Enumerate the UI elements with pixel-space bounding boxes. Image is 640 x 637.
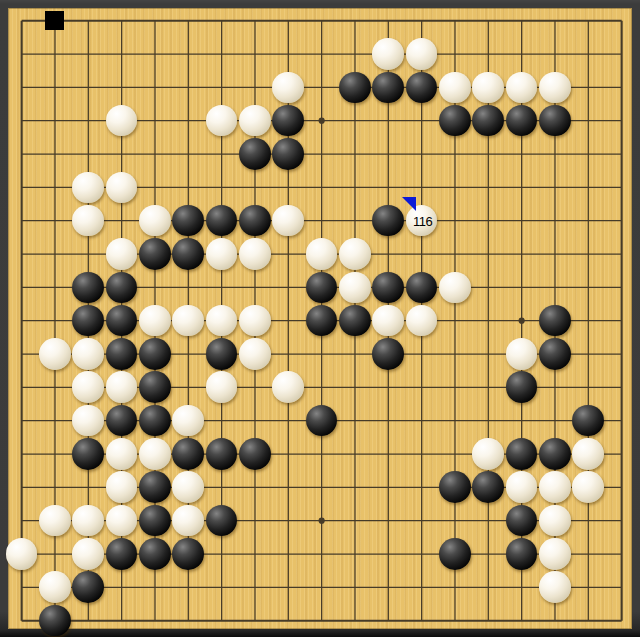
intersection[interactable] — [5, 571, 38, 604]
intersection[interactable] — [72, 404, 105, 437]
intersection[interactable] — [438, 471, 471, 504]
intersection[interactable] — [172, 604, 205, 637]
intersection[interactable] — [238, 571, 271, 604]
intersection[interactable] — [105, 71, 138, 104]
intersection[interactable] — [538, 371, 571, 404]
intersection[interactable] — [505, 404, 538, 437]
intersection[interactable] — [572, 404, 605, 437]
intersection[interactable] — [38, 371, 71, 404]
intersection[interactable] — [472, 504, 505, 537]
intersection[interactable] — [138, 537, 171, 570]
intersection[interactable] — [172, 404, 205, 437]
intersection[interactable] — [338, 337, 371, 370]
intersection[interactable] — [372, 137, 405, 170]
intersection[interactable] — [238, 4, 271, 37]
intersection[interactable] — [538, 337, 571, 370]
intersection[interactable] — [38, 537, 71, 570]
intersection[interactable] — [472, 404, 505, 437]
intersection[interactable] — [472, 4, 505, 37]
intersection[interactable] — [72, 504, 105, 537]
intersection[interactable] — [238, 71, 271, 104]
intersection[interactable] — [605, 371, 638, 404]
intersection[interactable] — [372, 171, 405, 204]
intersection[interactable] — [472, 271, 505, 304]
intersection[interactable] — [272, 404, 305, 437]
intersection[interactable] — [305, 171, 338, 204]
intersection[interactable] — [38, 337, 71, 370]
intersection[interactable] — [272, 104, 305, 137]
intersection[interactable] — [138, 237, 171, 270]
intersection[interactable] — [105, 571, 138, 604]
intersection[interactable] — [605, 4, 638, 37]
intersection[interactable] — [72, 104, 105, 137]
intersection[interactable] — [405, 37, 438, 70]
intersection[interactable] — [405, 537, 438, 570]
intersection[interactable] — [38, 237, 71, 270]
intersection[interactable] — [305, 337, 338, 370]
intersection[interactable] — [205, 437, 238, 470]
intersection[interactable] — [38, 504, 71, 537]
intersection[interactable] — [238, 604, 271, 637]
intersection[interactable] — [205, 204, 238, 237]
intersection[interactable] — [205, 71, 238, 104]
intersection[interactable] — [5, 37, 38, 70]
intersection[interactable] — [105, 137, 138, 170]
intersection[interactable] — [138, 304, 171, 337]
intersection[interactable] — [205, 404, 238, 437]
intersection[interactable] — [238, 104, 271, 137]
intersection[interactable] — [305, 504, 338, 537]
intersection[interactable] — [572, 304, 605, 337]
intersection[interactable] — [72, 437, 105, 470]
intersection[interactable] — [205, 471, 238, 504]
intersection[interactable] — [472, 104, 505, 137]
intersection[interactable] — [238, 237, 271, 270]
intersection[interactable] — [438, 371, 471, 404]
intersection[interactable] — [405, 304, 438, 337]
intersection[interactable] — [538, 271, 571, 304]
intersection[interactable] — [572, 504, 605, 537]
intersection[interactable] — [438, 404, 471, 437]
intersection[interactable] — [472, 204, 505, 237]
intersection[interactable] — [338, 304, 371, 337]
intersection[interactable] — [505, 4, 538, 37]
intersection[interactable] — [338, 237, 371, 270]
intersection[interactable] — [172, 337, 205, 370]
intersection[interactable] — [372, 437, 405, 470]
intersection[interactable] — [72, 4, 105, 37]
intersection[interactable] — [372, 271, 405, 304]
intersection[interactable] — [238, 504, 271, 537]
intersection[interactable] — [572, 104, 605, 137]
intersection[interactable] — [405, 504, 438, 537]
intersection[interactable] — [172, 4, 205, 37]
intersection[interactable] — [438, 571, 471, 604]
intersection[interactable] — [305, 104, 338, 137]
intersection[interactable] — [5, 337, 38, 370]
intersection[interactable] — [338, 471, 371, 504]
intersection[interactable] — [305, 37, 338, 70]
intersection[interactable] — [72, 204, 105, 237]
intersection[interactable] — [72, 471, 105, 504]
intersection[interactable] — [572, 604, 605, 637]
intersection[interactable] — [372, 4, 405, 37]
intersection[interactable] — [172, 204, 205, 237]
intersection[interactable] — [272, 504, 305, 537]
intersection[interactable] — [272, 4, 305, 37]
intersection[interactable] — [172, 571, 205, 604]
intersection[interactable] — [5, 504, 38, 537]
intersection[interactable] — [105, 504, 138, 537]
intersection[interactable] — [305, 271, 338, 304]
intersection[interactable] — [438, 37, 471, 70]
intersection[interactable] — [505, 471, 538, 504]
intersection[interactable] — [505, 104, 538, 137]
intersection[interactable] — [105, 437, 138, 470]
intersection[interactable] — [238, 404, 271, 437]
intersection[interactable] — [172, 371, 205, 404]
intersection[interactable] — [205, 271, 238, 304]
intersection[interactable] — [105, 271, 138, 304]
intersection[interactable] — [538, 604, 571, 637]
intersection[interactable] — [572, 204, 605, 237]
intersection[interactable] — [5, 4, 38, 37]
intersection[interactable] — [5, 237, 38, 270]
intersection[interactable] — [572, 171, 605, 204]
intersection[interactable] — [172, 304, 205, 337]
intersection[interactable] — [605, 504, 638, 537]
intersection[interactable] — [138, 604, 171, 637]
intersection[interactable] — [505, 337, 538, 370]
intersection[interactable] — [472, 37, 505, 70]
intersection[interactable] — [605, 271, 638, 304]
intersection[interactable] — [438, 4, 471, 37]
intersection[interactable] — [372, 204, 405, 237]
intersection[interactable] — [5, 137, 38, 170]
intersection[interactable] — [505, 271, 538, 304]
intersection[interactable] — [205, 104, 238, 137]
intersection[interactable] — [205, 237, 238, 270]
intersection[interactable] — [305, 4, 338, 37]
intersection[interactable] — [138, 504, 171, 537]
intersection[interactable] — [472, 237, 505, 270]
intersection[interactable] — [572, 37, 605, 70]
intersection[interactable] — [605, 204, 638, 237]
intersection[interactable] — [472, 304, 505, 337]
intersection[interactable] — [38, 37, 71, 70]
intersection[interactable] — [38, 404, 71, 437]
intersection[interactable] — [605, 571, 638, 604]
intersection[interactable] — [538, 71, 571, 104]
intersection[interactable] — [172, 471, 205, 504]
intersection[interactable] — [138, 571, 171, 604]
intersection[interactable] — [438, 171, 471, 204]
intersection[interactable] — [105, 371, 138, 404]
intersection[interactable] — [38, 437, 71, 470]
intersection[interactable] — [505, 504, 538, 537]
intersection[interactable] — [372, 471, 405, 504]
intersection[interactable] — [338, 104, 371, 137]
intersection[interactable] — [205, 604, 238, 637]
intersection[interactable] — [305, 437, 338, 470]
intersection[interactable] — [605, 437, 638, 470]
intersection[interactable] — [38, 137, 71, 170]
intersection[interactable] — [105, 471, 138, 504]
intersection[interactable] — [172, 71, 205, 104]
intersection[interactable] — [205, 137, 238, 170]
intersection[interactable] — [172, 171, 205, 204]
intersection[interactable] — [572, 537, 605, 570]
intersection[interactable] — [5, 71, 38, 104]
intersection[interactable] — [38, 171, 71, 204]
intersection[interactable] — [438, 504, 471, 537]
intersection[interactable]: 116 — [405, 204, 438, 237]
intersection[interactable] — [305, 604, 338, 637]
intersection[interactable] — [338, 137, 371, 170]
intersection[interactable] — [172, 37, 205, 70]
intersection[interactable] — [305, 71, 338, 104]
intersection[interactable] — [438, 137, 471, 170]
intersection[interactable] — [5, 171, 38, 204]
intersection[interactable] — [305, 304, 338, 337]
intersection[interactable] — [238, 304, 271, 337]
intersection[interactable] — [572, 4, 605, 37]
intersection[interactable] — [305, 237, 338, 270]
intersection[interactable] — [105, 604, 138, 637]
intersection[interactable] — [338, 204, 371, 237]
intersection[interactable] — [372, 404, 405, 437]
intersection[interactable] — [272, 571, 305, 604]
intersection[interactable] — [405, 271, 438, 304]
intersection[interactable] — [305, 204, 338, 237]
intersection[interactable] — [72, 371, 105, 404]
intersection[interactable] — [405, 437, 438, 470]
intersection[interactable] — [405, 137, 438, 170]
intersection[interactable] — [405, 571, 438, 604]
intersection[interactable] — [572, 437, 605, 470]
intersection[interactable] — [505, 304, 538, 337]
intersection[interactable] — [5, 204, 38, 237]
intersection[interactable] — [438, 437, 471, 470]
intersection[interactable] — [372, 337, 405, 370]
intersection[interactable] — [172, 137, 205, 170]
intersection[interactable] — [5, 471, 38, 504]
intersection[interactable] — [572, 471, 605, 504]
intersection[interactable] — [505, 604, 538, 637]
intersection[interactable] — [538, 437, 571, 470]
intersection[interactable] — [238, 271, 271, 304]
intersection[interactable] — [105, 404, 138, 437]
intersection[interactable] — [138, 71, 171, 104]
intersection[interactable] — [338, 37, 371, 70]
intersection[interactable] — [572, 137, 605, 170]
intersection[interactable] — [5, 371, 38, 404]
intersection[interactable] — [38, 104, 71, 137]
intersection[interactable] — [238, 204, 271, 237]
intersection[interactable] — [272, 337, 305, 370]
intersection[interactable] — [605, 337, 638, 370]
intersection[interactable] — [538, 404, 571, 437]
intersection[interactable] — [405, 104, 438, 137]
intersection[interactable] — [138, 337, 171, 370]
intersection[interactable] — [38, 604, 71, 637]
intersection[interactable] — [338, 604, 371, 637]
intersection[interactable] — [305, 471, 338, 504]
intersection[interactable] — [372, 104, 405, 137]
intersection[interactable] — [572, 371, 605, 404]
intersection[interactable] — [472, 71, 505, 104]
intersection[interactable] — [338, 437, 371, 470]
intersection[interactable] — [72, 337, 105, 370]
intersection[interactable] — [605, 71, 638, 104]
intersection[interactable] — [138, 104, 171, 137]
intersection[interactable] — [238, 371, 271, 404]
intersection[interactable] — [72, 604, 105, 637]
intersection[interactable] — [172, 104, 205, 137]
intersection[interactable] — [572, 271, 605, 304]
intersection[interactable] — [105, 237, 138, 270]
intersection[interactable] — [105, 171, 138, 204]
intersection[interactable] — [305, 404, 338, 437]
intersection[interactable] — [205, 171, 238, 204]
intersection[interactable] — [605, 404, 638, 437]
intersection[interactable] — [605, 237, 638, 270]
intersection[interactable] — [272, 604, 305, 637]
intersection[interactable] — [105, 4, 138, 37]
intersection[interactable] — [238, 337, 271, 370]
intersection[interactable] — [605, 37, 638, 70]
intersection[interactable] — [438, 104, 471, 137]
intersection[interactable] — [505, 237, 538, 270]
intersection[interactable] — [238, 137, 271, 170]
intersection[interactable] — [72, 237, 105, 270]
intersection[interactable] — [372, 504, 405, 537]
intersection[interactable] — [205, 571, 238, 604]
intersection[interactable] — [605, 171, 638, 204]
intersection[interactable] — [438, 537, 471, 570]
intersection[interactable] — [305, 537, 338, 570]
intersection[interactable] — [238, 537, 271, 570]
intersection[interactable] — [338, 504, 371, 537]
intersection[interactable] — [272, 237, 305, 270]
intersection[interactable] — [338, 571, 371, 604]
intersection[interactable] — [38, 271, 71, 304]
intersection[interactable] — [472, 337, 505, 370]
intersection[interactable] — [138, 404, 171, 437]
intersection[interactable] — [72, 304, 105, 337]
intersection[interactable] — [172, 504, 205, 537]
intersection[interactable] — [538, 571, 571, 604]
intersection[interactable] — [272, 37, 305, 70]
intersection[interactable] — [105, 304, 138, 337]
intersection[interactable] — [38, 71, 71, 104]
intersection[interactable] — [105, 337, 138, 370]
intersection[interactable] — [105, 104, 138, 137]
intersection[interactable] — [205, 371, 238, 404]
intersection[interactable] — [438, 271, 471, 304]
intersection[interactable] — [138, 137, 171, 170]
intersection[interactable] — [305, 137, 338, 170]
intersection[interactable] — [538, 137, 571, 170]
intersection[interactable] — [405, 71, 438, 104]
intersection[interactable] — [605, 537, 638, 570]
intersection[interactable] — [572, 337, 605, 370]
intersection[interactable] — [338, 4, 371, 37]
intersection[interactable] — [238, 471, 271, 504]
intersection[interactable] — [205, 304, 238, 337]
intersection[interactable] — [538, 37, 571, 70]
intersection[interactable] — [338, 404, 371, 437]
intersection[interactable] — [205, 337, 238, 370]
intersection[interactable] — [472, 604, 505, 637]
intersection[interactable] — [138, 371, 171, 404]
intersection[interactable] — [372, 237, 405, 270]
intersection[interactable] — [138, 204, 171, 237]
intersection[interactable] — [72, 537, 105, 570]
intersection[interactable] — [172, 271, 205, 304]
intersection[interactable] — [538, 504, 571, 537]
intersection[interactable] — [472, 571, 505, 604]
intersection[interactable] — [438, 237, 471, 270]
intersection[interactable] — [305, 571, 338, 604]
intersection[interactable] — [5, 104, 38, 137]
intersection[interactable] — [272, 437, 305, 470]
intersection[interactable] — [272, 371, 305, 404]
intersection[interactable] — [572, 71, 605, 104]
intersection[interactable] — [272, 71, 305, 104]
intersection[interactable] — [372, 37, 405, 70]
intersection[interactable] — [505, 204, 538, 237]
intersection[interactable] — [72, 171, 105, 204]
intersection[interactable] — [338, 537, 371, 570]
intersection[interactable] — [472, 537, 505, 570]
intersection[interactable] — [72, 271, 105, 304]
intersection[interactable] — [5, 271, 38, 304]
intersection[interactable] — [38, 471, 71, 504]
intersection[interactable] — [138, 471, 171, 504]
intersection[interactable] — [372, 604, 405, 637]
intersection[interactable] — [505, 437, 538, 470]
intersection[interactable] — [405, 404, 438, 437]
intersection[interactable] — [338, 371, 371, 404]
intersection[interactable] — [605, 104, 638, 137]
intersection[interactable] — [138, 171, 171, 204]
intersection[interactable] — [438, 71, 471, 104]
intersection[interactable] — [105, 204, 138, 237]
intersection[interactable] — [338, 71, 371, 104]
intersection[interactable] — [405, 371, 438, 404]
intersection[interactable] — [338, 171, 371, 204]
intersection[interactable] — [505, 37, 538, 70]
intersection[interactable] — [505, 571, 538, 604]
intersection[interactable] — [205, 37, 238, 70]
intersection[interactable] — [238, 171, 271, 204]
intersection[interactable] — [405, 337, 438, 370]
intersection[interactable] — [138, 271, 171, 304]
intersection[interactable] — [505, 171, 538, 204]
intersection[interactable] — [405, 604, 438, 637]
intersection[interactable] — [505, 137, 538, 170]
intersection[interactable] — [38, 204, 71, 237]
intersection[interactable] — [372, 371, 405, 404]
intersection[interactable] — [605, 304, 638, 337]
intersection[interactable] — [5, 404, 38, 437]
intersection[interactable] — [405, 237, 438, 270]
intersection[interactable] — [138, 4, 171, 37]
intersection[interactable] — [72, 37, 105, 70]
intersection[interactable] — [272, 537, 305, 570]
intersection[interactable] — [538, 237, 571, 270]
